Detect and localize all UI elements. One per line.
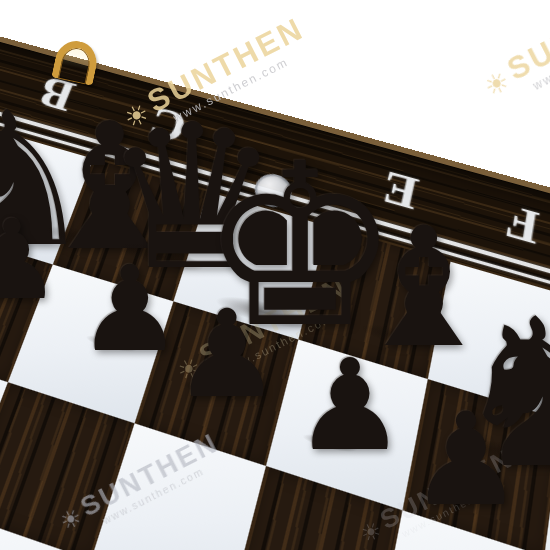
sun-icon: ☀ bbox=[479, 65, 515, 104]
watermark-brand-text: SUNTHEN bbox=[502, 0, 550, 87]
chess-set-photo: ABCEFGH ♞♝♛♚♝♞♟♟♟♟♟ ☀SUNTHENwww.sunthen.… bbox=[0, 0, 550, 550]
brass-clasp bbox=[51, 37, 101, 86]
watermark-2: ☀SUNTHENwww.sunthen.com bbox=[476, 0, 550, 113]
watermark-url-text: www.sunthen.com bbox=[531, 10, 550, 93]
